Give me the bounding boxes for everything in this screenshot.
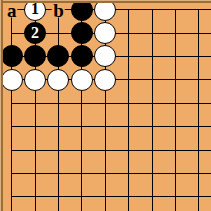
- intersection-c3r2[interactable]: [47, 21, 70, 44]
- white-stone: [1, 69, 23, 91]
- intersection-c2r5[interactable]: [23, 92, 46, 115]
- intersection-c2r1[interactable]: 1: [23, 0, 46, 21]
- black-stone: [71, 22, 93, 44]
- intersection-c8r2[interactable]: [164, 21, 187, 44]
- intersection-c4r9[interactable]: [70, 185, 93, 211]
- intersection-c9r9[interactable]: [187, 185, 210, 211]
- intersection-c8r1[interactable]: [164, 0, 187, 21]
- intersection-c2r2[interactable]: 2: [23, 21, 46, 44]
- intersection-c6r6[interactable]: [117, 115, 140, 138]
- white-stone-move-1: 1: [24, 0, 46, 21]
- intersection-c7r2[interactable]: [140, 21, 163, 44]
- point-label-a: a: [6, 2, 18, 17]
- intersection-c1r8[interactable]: [0, 162, 23, 185]
- intersection-c6r8[interactable]: [117, 162, 140, 185]
- intersection-c5r7[interactable]: [94, 138, 117, 161]
- intersection-c6r7[interactable]: [117, 138, 140, 161]
- white-stone: [94, 69, 116, 91]
- intersection-c1r1[interactable]: a: [0, 0, 23, 21]
- intersection-c4r8[interactable]: [70, 162, 93, 185]
- white-stone: [94, 22, 116, 44]
- intersection-c2r4[interactable]: [23, 68, 46, 91]
- intersection-c4r5[interactable]: [70, 92, 93, 115]
- intersection-c4r1[interactable]: [70, 0, 93, 21]
- intersection-c1r4[interactable]: [0, 68, 23, 91]
- intersection-c1r7[interactable]: [0, 138, 23, 161]
- intersection-c5r8[interactable]: [94, 162, 117, 185]
- intersection-c5r4[interactable]: [94, 68, 117, 91]
- intersection-c8r9[interactable]: [164, 185, 187, 211]
- board-frame-left: [0, 0, 3, 211]
- intersection-c3r4[interactable]: [47, 68, 70, 91]
- intersection-c4r2[interactable]: [70, 21, 93, 44]
- intersection-c7r5[interactable]: [140, 92, 163, 115]
- intersection-c5r3[interactable]: [94, 45, 117, 68]
- intersection-c5r5[interactable]: [94, 92, 117, 115]
- white-stone: [94, 45, 116, 67]
- intersection-c7r7[interactable]: [140, 138, 163, 161]
- intersection-c6r5[interactable]: [117, 92, 140, 115]
- intersection-c4r4[interactable]: [70, 68, 93, 91]
- intersection-c7r6[interactable]: [140, 115, 163, 138]
- intersection-c8r6[interactable]: [164, 115, 187, 138]
- black-stone: [71, 0, 93, 21]
- intersection-c5r1[interactable]: [94, 0, 117, 21]
- intersection-c2r9[interactable]: [23, 185, 46, 211]
- intersection-c9r1[interactable]: [187, 0, 210, 21]
- intersection-c4r6[interactable]: [70, 115, 93, 138]
- intersection-c7r3[interactable]: [140, 45, 163, 68]
- intersection-c5r6[interactable]: [94, 115, 117, 138]
- intersection-c6r4[interactable]: [117, 68, 140, 91]
- intersection-c4r3[interactable]: [70, 45, 93, 68]
- intersection-c8r7[interactable]: [164, 138, 187, 161]
- intersection-c9r5[interactable]: [187, 92, 210, 115]
- intersection-c3r7[interactable]: [47, 138, 70, 161]
- intersection-c2r8[interactable]: [23, 162, 46, 185]
- intersection-c1r9[interactable]: [0, 185, 23, 211]
- go-board: a1b2: [0, 0, 211, 211]
- white-stone: [24, 69, 46, 91]
- intersection-c9r4[interactable]: [187, 68, 210, 91]
- intersection-c7r4[interactable]: [140, 68, 163, 91]
- board-frame-top: [0, 0, 211, 3]
- intersection-c7r1[interactable]: [140, 0, 163, 21]
- intersection-c4r7[interactable]: [70, 138, 93, 161]
- intersection-c6r3[interactable]: [117, 45, 140, 68]
- intersection-c1r6[interactable]: [0, 115, 23, 138]
- intersection-c3r6[interactable]: [47, 115, 70, 138]
- intersection-c7r8[interactable]: [140, 162, 163, 185]
- intersection-c8r5[interactable]: [164, 92, 187, 115]
- intersection-c1r3[interactable]: [0, 45, 23, 68]
- intersection-c3r3[interactable]: [47, 45, 70, 68]
- intersection-c9r8[interactable]: [187, 162, 210, 185]
- intersection-c9r3[interactable]: [187, 45, 210, 68]
- intersection-c9r6[interactable]: [187, 115, 210, 138]
- point-label-b: b: [52, 2, 65, 17]
- intersection-c9r7[interactable]: [187, 138, 210, 161]
- black-stone: [71, 45, 93, 67]
- intersection-c2r7[interactable]: [23, 138, 46, 161]
- intersection-c6r9[interactable]: [117, 185, 140, 211]
- intersection-c8r3[interactable]: [164, 45, 187, 68]
- intersection-c3r5[interactable]: [47, 92, 70, 115]
- board-grid: a1b2: [0, 0, 211, 211]
- white-stone: [47, 69, 69, 91]
- black-stone: [24, 45, 46, 67]
- intersection-c5r2[interactable]: [94, 21, 117, 44]
- intersection-c5r9[interactable]: [94, 185, 117, 211]
- intersection-c2r3[interactable]: [23, 45, 46, 68]
- intersection-c1r2[interactable]: [0, 21, 23, 44]
- intersection-c8r8[interactable]: [164, 162, 187, 185]
- intersection-c2r6[interactable]: [23, 115, 46, 138]
- black-stone: [47, 45, 69, 67]
- white-stone: [94, 0, 116, 21]
- intersection-c3r1[interactable]: b: [47, 0, 70, 21]
- intersection-c3r9[interactable]: [47, 185, 70, 211]
- black-stone: [1, 45, 23, 67]
- black-stone-move-2: 2: [24, 22, 46, 44]
- intersection-c6r2[interactable]: [117, 21, 140, 44]
- white-stone: [71, 69, 93, 91]
- intersection-c9r2[interactable]: [187, 21, 210, 44]
- intersection-c7r9[interactable]: [140, 185, 163, 211]
- intersection-c8r4[interactable]: [164, 68, 187, 91]
- intersection-c6r1[interactable]: [117, 0, 140, 21]
- intersection-c3r8[interactable]: [47, 162, 70, 185]
- intersection-c1r5[interactable]: [0, 92, 23, 115]
